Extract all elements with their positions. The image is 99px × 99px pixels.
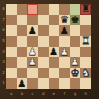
square-c5[interactable] [27,36,38,47]
square-a7[interactable] [6,15,17,26]
rank-label-2: 2 [1,68,6,79]
square-c6[interactable]: ♟ [27,25,38,36]
chess-app: ♜♛♚♟♟♜♟♟♟♟♟♚♞♟ 87654321abcdefgh [0,0,99,99]
black-pawn-piece[interactable]: ♟ [17,78,28,89]
square-d1[interactable] [38,78,49,89]
black-pawn-piece[interactable]: ♟ [27,25,38,36]
file-label-b: b [17,90,28,98]
white-rook-piece[interactable]: ♜ [80,36,91,47]
black-pawn-piece[interactable]: ♟ [59,25,70,36]
square-c2[interactable] [27,68,38,79]
square-g5[interactable] [70,36,81,47]
square-h1[interactable] [80,78,91,89]
square-f3[interactable] [59,57,70,68]
square-g4[interactable] [70,47,81,58]
white-pawn-piece[interactable]: ♟ [59,47,70,58]
black-pawn-piece[interactable]: ♟ [49,47,60,58]
square-h3[interactable] [80,57,91,68]
square-a3[interactable] [6,57,17,68]
square-h6[interactable] [80,25,91,36]
square-c3[interactable]: ♟ [27,57,38,68]
square-c1[interactable] [27,78,38,89]
rank-label-6: 6 [1,25,6,36]
square-e2[interactable] [49,68,60,79]
rank-label-8: 8 [1,4,6,15]
square-h5[interactable]: ♜ [80,36,91,47]
square-b2[interactable] [17,68,28,79]
square-b4[interactable] [17,47,28,58]
square-g6[interactable] [70,25,81,36]
square-h4[interactable] [80,47,91,58]
square-g8[interactable] [70,4,81,15]
rank-label-7: 7 [1,15,6,26]
white-king-piece[interactable]: ♚ [70,68,81,79]
square-d5[interactable] [38,36,49,47]
square-h2[interactable]: ♞ [80,68,91,79]
white-knight-piece[interactable]: ♞ [80,68,91,79]
square-h7[interactable] [80,15,91,26]
square-a2[interactable] [6,68,17,79]
square-e8[interactable] [49,4,60,15]
square-g2[interactable]: ♚ [70,68,81,79]
square-b1[interactable]: ♟ [17,78,28,89]
square-a8[interactable] [6,4,17,15]
file-label-a: a [6,90,17,98]
square-b5[interactable] [17,36,28,47]
chess-board[interactable]: ♜♛♚♟♟♜♟♟♟♟♟♚♞♟ [6,4,91,89]
square-e3[interactable] [49,57,60,68]
white-pawn-piece[interactable]: ♟ [27,57,38,68]
square-c7[interactable] [27,15,38,26]
square-b8[interactable] [17,4,28,15]
square-f8[interactable] [59,4,70,15]
square-f1[interactable] [59,78,70,89]
square-c8[interactable] [27,4,38,15]
square-f7[interactable]: ♛ [59,15,70,26]
square-a4[interactable] [6,47,17,58]
white-pawn-piece[interactable]: ♟ [27,47,38,58]
square-e6[interactable] [49,25,60,36]
file-label-c: c [27,90,38,98]
square-e7[interactable] [49,15,60,26]
square-d8[interactable] [38,4,49,15]
rank-label-3: 3 [1,57,6,68]
square-g3[interactable]: ♟ [70,57,81,68]
square-h8[interactable]: ♜ [80,4,91,15]
square-d4[interactable] [38,47,49,58]
square-c4[interactable]: ♟ [27,47,38,58]
square-g7[interactable]: ♚ [70,15,81,26]
square-a6[interactable] [6,25,17,36]
square-a5[interactable] [6,36,17,47]
square-d7[interactable] [38,15,49,26]
black-rook-piece[interactable]: ♜ [80,4,91,15]
square-d3[interactable] [38,57,49,68]
file-label-f: f [59,90,70,98]
rank-label-5: 5 [1,36,6,47]
square-g1[interactable] [70,78,81,89]
black-queen-piece[interactable]: ♛ [59,15,70,26]
file-label-h: h [80,90,91,98]
square-e4[interactable]: ♟ [49,47,60,58]
rank-label-1: 1 [1,78,6,89]
square-a1[interactable] [6,78,17,89]
square-e5[interactable] [49,36,60,47]
square-b6[interactable] [17,25,28,36]
file-label-g: g [70,90,81,98]
square-b3[interactable] [17,57,28,68]
square-f5[interactable] [59,36,70,47]
square-f2[interactable] [59,68,70,79]
square-b7[interactable] [17,15,28,26]
square-f6[interactable]: ♟ [59,25,70,36]
square-d6[interactable] [38,25,49,36]
rank-label-4: 4 [1,47,6,58]
file-label-e: e [49,90,60,98]
square-d2[interactable] [38,68,49,79]
square-f4[interactable]: ♟ [59,47,70,58]
black-king-piece[interactable]: ♚ [70,15,81,26]
file-label-d: d [38,90,49,98]
white-pawn-piece[interactable]: ♟ [70,57,81,68]
square-e1[interactable] [49,78,60,89]
